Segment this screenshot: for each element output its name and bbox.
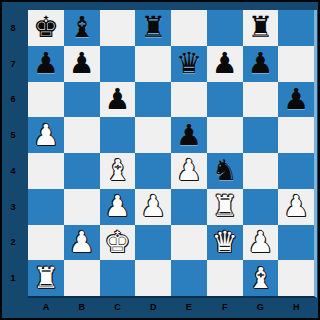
square-f4[interactable]: ♞	[207, 153, 243, 189]
square-c5[interactable]	[100, 117, 136, 153]
black-pawn: ♟	[212, 49, 238, 78]
square-e8[interactable]	[171, 10, 207, 46]
square-e1[interactable]	[171, 260, 207, 296]
square-c3[interactable]: ♟	[100, 189, 136, 225]
square-d3[interactable]: ♟	[135, 189, 171, 225]
square-a1[interactable]: ♜	[28, 260, 64, 296]
square-h2[interactable]	[278, 225, 314, 261]
square-a6[interactable]	[28, 82, 64, 118]
square-b3[interactable]	[64, 189, 100, 225]
square-f7[interactable]: ♟	[207, 46, 243, 82]
square-d8[interactable]: ♜	[135, 10, 171, 46]
white-rook: ♜	[212, 192, 238, 221]
file-labels: ABCDEFGH	[28, 299, 314, 317]
square-c1[interactable]	[100, 260, 136, 296]
square-e4[interactable]: ♟	[171, 153, 207, 189]
file-label-b: B	[64, 302, 100, 312]
rank-label-2: 2	[2, 225, 24, 261]
square-b5[interactable]	[64, 117, 100, 153]
rank-label-1: 1	[2, 260, 24, 296]
square-g4[interactable]	[243, 153, 279, 189]
black-pawn: ♟	[247, 49, 273, 78]
square-c2[interactable]: ♚	[100, 225, 136, 261]
square-a7[interactable]: ♟	[28, 46, 64, 82]
square-h1[interactable]	[278, 260, 314, 296]
square-c6[interactable]: ♟	[100, 82, 136, 118]
square-h5[interactable]	[278, 117, 314, 153]
square-b1[interactable]	[64, 260, 100, 296]
square-c7[interactable]	[100, 46, 136, 82]
white-pawn: ♟	[33, 121, 59, 150]
square-f1[interactable]	[207, 260, 243, 296]
white-pawn: ♟	[69, 228, 95, 257]
black-pawn: ♟	[283, 85, 309, 114]
white-pawn: ♟	[283, 192, 309, 221]
square-e5[interactable]: ♟	[171, 117, 207, 153]
square-h6[interactable]: ♟	[278, 82, 314, 118]
white-bishop: ♝	[247, 264, 273, 293]
rank-label-6: 6	[2, 82, 24, 118]
black-knight: ♞	[212, 156, 238, 185]
square-f8[interactable]	[207, 10, 243, 46]
square-g1[interactable]: ♝	[243, 260, 279, 296]
white-king: ♚	[104, 228, 130, 257]
file-label-g: G	[243, 302, 279, 312]
square-h7[interactable]	[278, 46, 314, 82]
square-b4[interactable]	[64, 153, 100, 189]
square-a8[interactable]: ♚	[28, 10, 64, 46]
black-queen: ♛	[176, 49, 202, 78]
black-pawn: ♟	[176, 121, 202, 150]
black-rook: ♜	[140, 13, 166, 42]
square-g5[interactable]	[243, 117, 279, 153]
rank-label-8: 8	[2, 10, 24, 46]
white-pawn: ♟	[247, 228, 273, 257]
rank-label-3: 3	[2, 189, 24, 225]
square-g7[interactable]: ♟	[243, 46, 279, 82]
file-label-a: A	[28, 302, 64, 312]
rank-labels: 87654321	[2, 10, 28, 296]
square-b6[interactable]	[64, 82, 100, 118]
file-label-c: C	[100, 302, 136, 312]
square-a4[interactable]	[28, 153, 64, 189]
rank-label-4: 4	[2, 153, 24, 189]
square-h4[interactable]	[278, 153, 314, 189]
file-label-h: H	[278, 302, 314, 312]
square-d6[interactable]	[135, 82, 171, 118]
square-h3[interactable]: ♟	[278, 189, 314, 225]
square-d7[interactable]	[135, 46, 171, 82]
square-h8[interactable]	[278, 10, 314, 46]
square-e7[interactable]: ♛	[171, 46, 207, 82]
white-pawn: ♟	[176, 156, 202, 185]
white-pawn: ♟	[140, 192, 166, 221]
black-pawn: ♟	[69, 49, 95, 78]
square-e6[interactable]	[171, 82, 207, 118]
square-d1[interactable]	[135, 260, 171, 296]
square-e3[interactable]	[171, 189, 207, 225]
square-d4[interactable]	[135, 153, 171, 189]
square-b8[interactable]: ♝	[64, 10, 100, 46]
square-a3[interactable]	[28, 189, 64, 225]
black-pawn: ♟	[33, 49, 59, 78]
black-rook: ♜	[247, 13, 273, 42]
square-f6[interactable]	[207, 82, 243, 118]
square-g3[interactable]	[243, 189, 279, 225]
square-a2[interactable]	[28, 225, 64, 261]
file-label-f: F	[207, 302, 243, 312]
square-e2[interactable]	[171, 225, 207, 261]
black-pawn: ♟	[104, 85, 130, 114]
square-f5[interactable]	[207, 117, 243, 153]
file-label-d: D	[135, 302, 171, 312]
square-c4[interactable]: ♝	[100, 153, 136, 189]
white-rook: ♜	[33, 264, 59, 293]
square-f2[interactable]: ♛	[207, 225, 243, 261]
rank-label-7: 7	[2, 46, 24, 82]
square-d5[interactable]	[135, 117, 171, 153]
white-queen: ♛	[212, 228, 238, 257]
square-b2[interactable]: ♟	[64, 225, 100, 261]
square-b7[interactable]: ♟	[64, 46, 100, 82]
chess-board: ♚♝♜♜♟♟♛♟♟♟♟♟♟♝♟♞♟♟♜♟♟♚♛♟♜♝	[28, 10, 317, 298]
square-c8[interactable]	[100, 10, 136, 46]
square-g8[interactable]: ♜	[243, 10, 279, 46]
square-f3[interactable]: ♜	[207, 189, 243, 225]
chess-diagram: ♚♝♜♜♟♟♛♟♟♟♟♟♟♝♟♞♟♟♜♟♟♚♛♟♜♝ 87654321 ABCD…	[0, 0, 320, 320]
white-bishop: ♝	[104, 156, 130, 185]
square-g6[interactable]	[243, 82, 279, 118]
rank-label-5: 5	[2, 117, 24, 153]
square-g2[interactable]: ♟	[243, 225, 279, 261]
black-bishop: ♝	[69, 13, 95, 42]
white-pawn: ♟	[104, 192, 130, 221]
square-d2[interactable]	[135, 225, 171, 261]
black-king: ♚	[33, 13, 59, 42]
file-label-e: E	[171, 302, 207, 312]
square-a5[interactable]: ♟	[28, 117, 64, 153]
